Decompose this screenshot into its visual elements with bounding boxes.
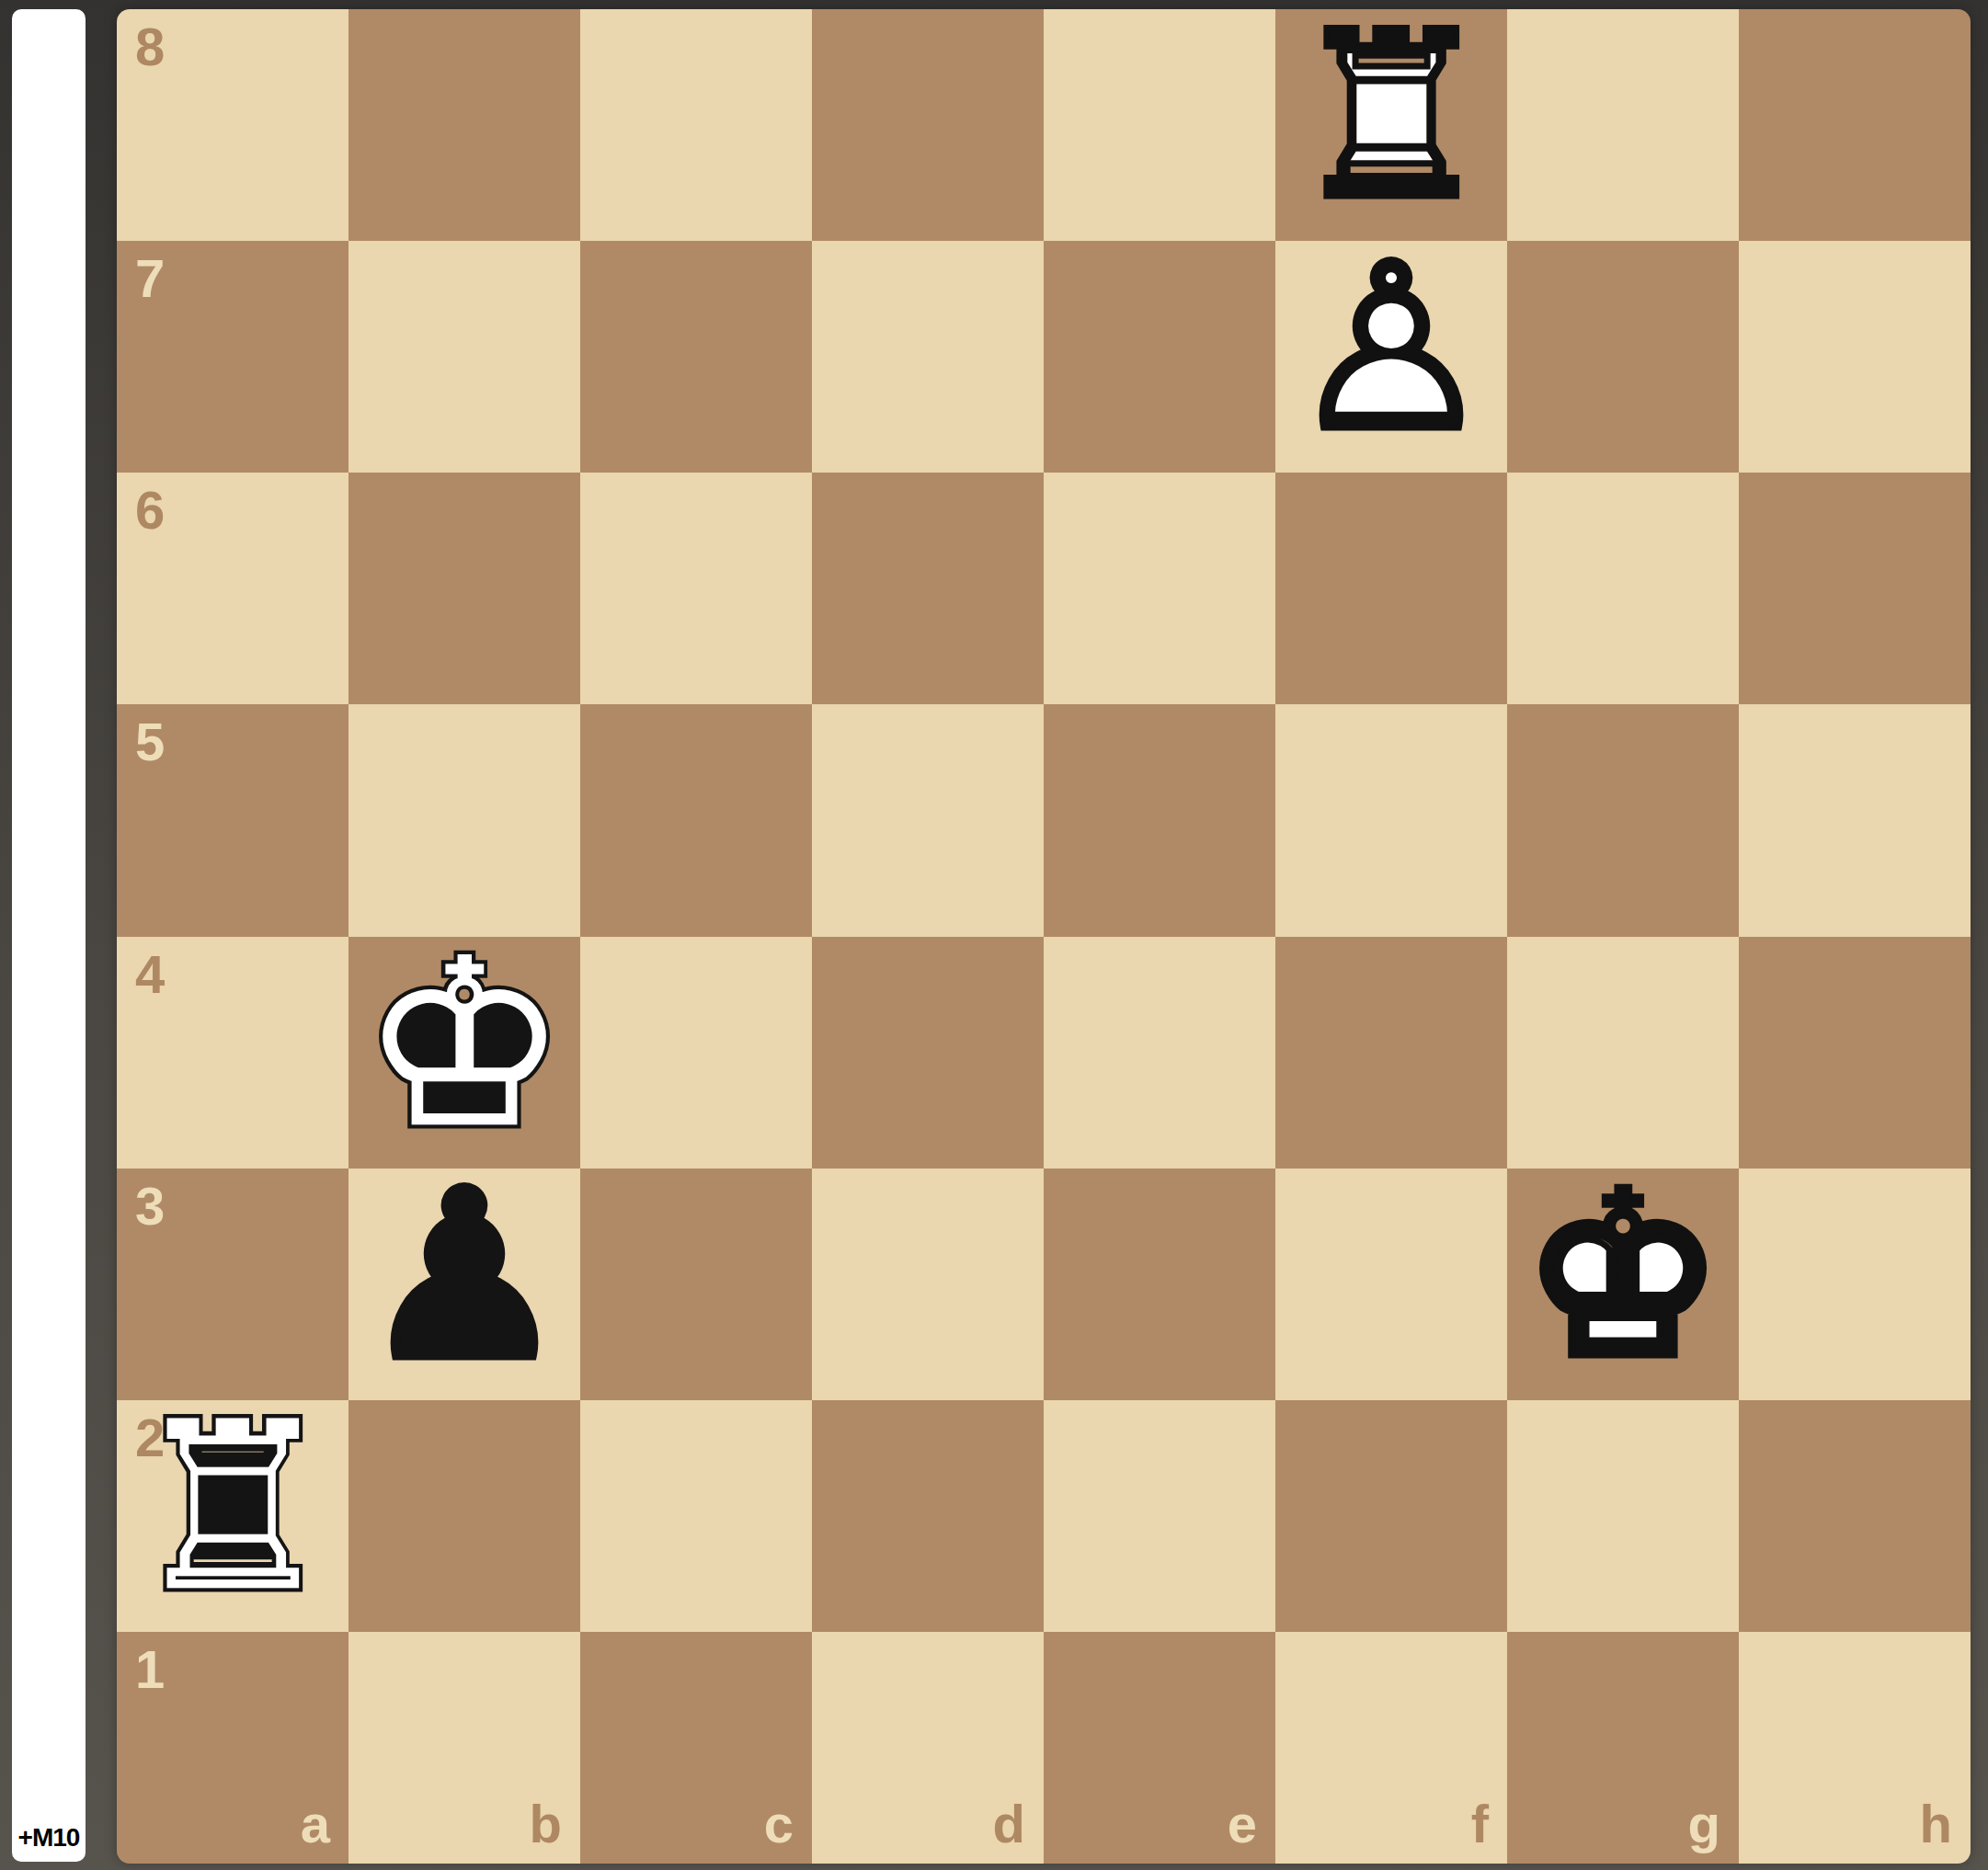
square-b7[interactable] — [348, 241, 580, 473]
white-pawn-outline: ♙ — [1275, 241, 1507, 473]
square-f8[interactable]: ♜♖ — [1275, 9, 1507, 241]
square-b6[interactable] — [348, 473, 580, 704]
black-rook[interactable]: ♜♖ — [117, 1400, 348, 1632]
file-label-c: c — [764, 1797, 794, 1851]
square-a6[interactable]: 6 — [117, 473, 348, 704]
black-rook-outline: ♖ — [117, 1400, 348, 1632]
rank-label-6: 6 — [135, 484, 165, 537]
white-king-outline: ♔ — [1507, 1169, 1739, 1400]
rank-label-8: 8 — [135, 20, 165, 74]
square-f2[interactable] — [1275, 1400, 1507, 1632]
square-g7[interactable] — [1507, 241, 1739, 473]
square-g6[interactable] — [1507, 473, 1739, 704]
evaluation-bar: +M10 — [12, 9, 86, 1862]
square-d6[interactable] — [812, 473, 1044, 704]
square-c3[interactable] — [580, 1169, 812, 1400]
square-b8[interactable] — [348, 9, 580, 241]
square-d7[interactable] — [812, 241, 1044, 473]
square-g8[interactable] — [1507, 9, 1739, 241]
square-c4[interactable] — [580, 937, 812, 1169]
white-king[interactable]: ♚♔ — [1507, 1169, 1739, 1400]
square-f1[interactable]: f — [1275, 1632, 1507, 1864]
analysis-board-stage: +M10 8♜♖7♟♙654♚♔3♟♚♔2♜♖1abcdefgh — [0, 0, 1988, 1870]
square-f3[interactable] — [1275, 1169, 1507, 1400]
square-b2[interactable] — [348, 1400, 580, 1632]
square-c1[interactable]: c — [580, 1632, 812, 1864]
square-h5[interactable] — [1739, 704, 1971, 936]
square-b3[interactable]: ♟ — [348, 1169, 580, 1400]
black-pawn-glyph: ♟ — [348, 1169, 580, 1400]
square-a4[interactable]: 4 — [117, 937, 348, 1169]
square-c7[interactable] — [580, 241, 812, 473]
square-d2[interactable] — [812, 1400, 1044, 1632]
square-b1[interactable]: b — [348, 1632, 580, 1864]
file-label-e: e — [1228, 1797, 1257, 1851]
square-e6[interactable] — [1044, 473, 1275, 704]
square-c6[interactable] — [580, 473, 812, 704]
square-g2[interactable] — [1507, 1400, 1739, 1632]
square-e5[interactable] — [1044, 704, 1275, 936]
file-label-b: b — [530, 1797, 562, 1851]
square-h1[interactable]: h — [1739, 1632, 1971, 1864]
square-d5[interactable] — [812, 704, 1044, 936]
square-e7[interactable] — [1044, 241, 1275, 473]
chess-board: 8♜♖7♟♙654♚♔3♟♚♔2♜♖1abcdefgh — [117, 9, 1971, 1864]
square-d8[interactable] — [812, 9, 1044, 241]
file-label-g: g — [1688, 1797, 1720, 1851]
square-b5[interactable] — [348, 704, 580, 936]
square-g3[interactable]: ♚♔ — [1507, 1169, 1739, 1400]
square-d3[interactable] — [812, 1169, 1044, 1400]
square-g5[interactable] — [1507, 704, 1739, 936]
black-king-outline: ♔ — [348, 937, 580, 1169]
square-g1[interactable]: g — [1507, 1632, 1739, 1864]
white-pawn[interactable]: ♟♙ — [1275, 241, 1507, 473]
rank-label-5: 5 — [135, 715, 165, 769]
square-a2[interactable]: 2♜♖ — [117, 1400, 348, 1632]
square-h2[interactable] — [1739, 1400, 1971, 1632]
square-h7[interactable] — [1739, 241, 1971, 473]
square-d4[interactable] — [812, 937, 1044, 1169]
square-h3[interactable] — [1739, 1169, 1971, 1400]
square-h8[interactable] — [1739, 9, 1971, 241]
square-a5[interactable]: 5 — [117, 704, 348, 936]
square-e3[interactable] — [1044, 1169, 1275, 1400]
rank-label-1: 1 — [135, 1643, 165, 1696]
file-label-h: h — [1920, 1797, 1952, 1851]
square-a7[interactable]: 7 — [117, 241, 348, 473]
square-h6[interactable] — [1739, 473, 1971, 704]
square-e4[interactable] — [1044, 937, 1275, 1169]
square-a3[interactable]: 3 — [117, 1169, 348, 1400]
square-g4[interactable] — [1507, 937, 1739, 1169]
black-king[interactable]: ♚♔ — [348, 937, 580, 1169]
square-h4[interactable] — [1739, 937, 1971, 1169]
square-f5[interactable] — [1275, 704, 1507, 936]
square-d1[interactable]: d — [812, 1632, 1044, 1864]
evaluation-score-label: +M10 — [12, 1823, 86, 1853]
file-label-a: a — [301, 1797, 330, 1851]
file-label-d: d — [993, 1797, 1025, 1851]
square-f6[interactable] — [1275, 473, 1507, 704]
white-rook[interactable]: ♜♖ — [1275, 9, 1507, 241]
square-c5[interactable] — [580, 704, 812, 936]
white-rook-outline: ♖ — [1275, 9, 1507, 241]
square-e1[interactable]: e — [1044, 1632, 1275, 1864]
black-pawn[interactable]: ♟ — [348, 1169, 580, 1400]
rank-label-7: 7 — [135, 252, 165, 305]
rank-label-4: 4 — [135, 948, 165, 1001]
square-c8[interactable] — [580, 9, 812, 241]
file-label-f: f — [1471, 1797, 1489, 1851]
square-a1[interactable]: 1a — [117, 1632, 348, 1864]
square-c2[interactable] — [580, 1400, 812, 1632]
square-b4[interactable]: ♚♔ — [348, 937, 580, 1169]
square-a8[interactable]: 8 — [117, 9, 348, 241]
square-e2[interactable] — [1044, 1400, 1275, 1632]
square-f4[interactable] — [1275, 937, 1507, 1169]
square-f7[interactable]: ♟♙ — [1275, 241, 1507, 473]
rank-label-3: 3 — [135, 1180, 165, 1233]
square-e8[interactable] — [1044, 9, 1275, 241]
